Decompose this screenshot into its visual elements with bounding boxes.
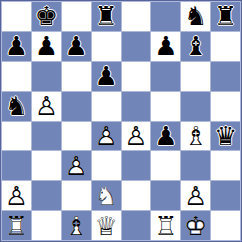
piece-white-pawn[interactable]: ♟♙ bbox=[122, 122, 150, 150]
piece-white-pawn[interactable]: ♟♙ bbox=[62, 152, 90, 180]
piece-white-rook[interactable]: ♜♖ bbox=[2, 212, 30, 240]
piece-black-queen[interactable]: ♛ bbox=[212, 122, 240, 150]
piece-black-pawn[interactable]: ♟ bbox=[152, 122, 180, 150]
white-piece-outline-glyph: ♖ bbox=[152, 212, 180, 240]
black-piece-glyph: ♞ bbox=[182, 2, 210, 30]
black-piece-glyph: ♟ bbox=[92, 62, 120, 90]
square-d6[interactable]: ♟ bbox=[92, 62, 121, 91]
square-a4[interactable] bbox=[2, 122, 31, 151]
black-piece-glyph: ♜ bbox=[212, 2, 240, 30]
square-e2[interactable] bbox=[122, 181, 151, 210]
white-piece-outline-glyph: ♕ bbox=[92, 212, 120, 240]
square-a8[interactable] bbox=[2, 2, 31, 31]
square-f1[interactable]: ♜♖ bbox=[151, 211, 180, 240]
square-b4[interactable] bbox=[32, 122, 61, 151]
piece-white-pawn[interactable]: ♟♙ bbox=[32, 92, 60, 120]
piece-white-pawn[interactable]: ♟♙ bbox=[182, 182, 210, 210]
black-piece-glyph: ♟ bbox=[2, 32, 30, 60]
square-f4[interactable]: ♟ bbox=[151, 122, 180, 151]
square-g8[interactable]: ♞ bbox=[181, 2, 210, 31]
square-b5[interactable]: ♟♙ bbox=[32, 92, 61, 121]
square-f8[interactable] bbox=[151, 2, 180, 31]
chess-board[interactable]: ♚♜♞♜♟♟♟♟♝♟♞♟♙♟♙♟♙♟♝♗♛♟♙♟♙♞♘♟♙♜♖♝♗♛♕♜♖♚♔ bbox=[0, 0, 242, 242]
black-piece-glyph: ♞ bbox=[2, 92, 30, 120]
white-piece-outline-glyph: ♖ bbox=[2, 212, 30, 240]
square-a6[interactable] bbox=[2, 62, 31, 91]
square-b3[interactable] bbox=[32, 151, 61, 180]
square-c2[interactable] bbox=[62, 181, 91, 210]
square-e8[interactable] bbox=[122, 2, 151, 31]
square-h7[interactable] bbox=[211, 32, 240, 61]
piece-black-knight[interactable]: ♞ bbox=[2, 92, 30, 120]
square-f2[interactable] bbox=[151, 181, 180, 210]
square-f6[interactable] bbox=[151, 62, 180, 91]
piece-black-pawn[interactable]: ♟ bbox=[62, 32, 90, 60]
square-d7[interactable] bbox=[92, 32, 121, 61]
square-h4[interactable]: ♛ bbox=[211, 122, 240, 151]
square-d4[interactable]: ♟♙ bbox=[92, 122, 121, 151]
square-c5[interactable] bbox=[62, 92, 91, 121]
white-piece-outline-glyph: ♙ bbox=[2, 182, 30, 210]
white-piece-outline-glyph: ♗ bbox=[182, 122, 210, 150]
square-a7[interactable]: ♟ bbox=[2, 32, 31, 61]
square-h6[interactable] bbox=[211, 62, 240, 91]
black-piece-glyph: ♝ bbox=[182, 32, 210, 60]
black-piece-glyph: ♟ bbox=[152, 122, 180, 150]
piece-black-pawn[interactable]: ♟ bbox=[32, 32, 60, 60]
square-g7[interactable]: ♝ bbox=[181, 32, 210, 61]
square-f7[interactable]: ♟ bbox=[151, 32, 180, 61]
piece-white-rook[interactable]: ♜♖ bbox=[152, 212, 180, 240]
piece-black-king[interactable]: ♚ bbox=[32, 2, 60, 30]
square-b2[interactable] bbox=[32, 181, 61, 210]
black-piece-glyph: ♟ bbox=[152, 32, 180, 60]
square-h1[interactable] bbox=[211, 211, 240, 240]
piece-black-pawn[interactable]: ♟ bbox=[92, 62, 120, 90]
square-c7[interactable]: ♟ bbox=[62, 32, 91, 61]
piece-black-rook[interactable]: ♜ bbox=[92, 2, 120, 30]
square-d1[interactable]: ♛♕ bbox=[92, 211, 121, 240]
white-piece-outline-glyph: ♔ bbox=[182, 212, 210, 240]
square-g1[interactable]: ♚♔ bbox=[181, 211, 210, 240]
white-piece-outline-glyph: ♘ bbox=[92, 182, 120, 210]
square-h2[interactable] bbox=[211, 181, 240, 210]
piece-black-rook[interactable]: ♜ bbox=[212, 2, 240, 30]
white-piece-outline-glyph: ♙ bbox=[62, 152, 90, 180]
piece-black-knight[interactable]: ♞ bbox=[182, 2, 210, 30]
square-e4[interactable]: ♟♙ bbox=[122, 122, 151, 151]
square-g3[interactable] bbox=[181, 151, 210, 180]
piece-black-pawn[interactable]: ♟ bbox=[152, 32, 180, 60]
piece-black-pawn[interactable]: ♟ bbox=[2, 32, 30, 60]
square-e7[interactable] bbox=[122, 32, 151, 61]
square-b6[interactable] bbox=[32, 62, 61, 91]
square-a3[interactable] bbox=[2, 151, 31, 180]
black-piece-glyph: ♜ bbox=[92, 2, 120, 30]
white-piece-outline-glyph: ♙ bbox=[92, 122, 120, 150]
piece-white-knight[interactable]: ♞♘ bbox=[92, 182, 120, 210]
white-piece-outline-glyph: ♙ bbox=[122, 122, 150, 150]
piece-white-queen[interactable]: ♛♕ bbox=[92, 212, 120, 240]
square-b1[interactable] bbox=[32, 211, 61, 240]
square-g2[interactable]: ♟♙ bbox=[181, 181, 210, 210]
square-b7[interactable]: ♟ bbox=[32, 32, 61, 61]
black-piece-glyph: ♚ bbox=[32, 2, 60, 30]
white-piece-outline-glyph: ♙ bbox=[32, 92, 60, 120]
square-c6[interactable] bbox=[62, 62, 91, 91]
piece-black-bishop[interactable]: ♝ bbox=[182, 32, 210, 60]
square-g5[interactable] bbox=[181, 92, 210, 121]
square-e1[interactable] bbox=[122, 211, 151, 240]
black-piece-glyph: ♟ bbox=[62, 32, 90, 60]
square-e5[interactable] bbox=[122, 92, 151, 121]
black-piece-glyph: ♟ bbox=[32, 32, 60, 60]
square-a2[interactable]: ♟♙ bbox=[2, 181, 31, 210]
square-d5[interactable] bbox=[92, 92, 121, 121]
square-g6[interactable] bbox=[181, 62, 210, 91]
piece-white-bishop[interactable]: ♝♗ bbox=[182, 122, 210, 150]
square-c8[interactable] bbox=[62, 2, 91, 31]
square-d3[interactable] bbox=[92, 151, 121, 180]
square-h8[interactable]: ♜ bbox=[211, 2, 240, 31]
piece-white-bishop[interactable]: ♝♗ bbox=[62, 212, 90, 240]
square-h3[interactable] bbox=[211, 151, 240, 180]
square-c3[interactable]: ♟♙ bbox=[62, 151, 91, 180]
piece-white-king[interactable]: ♚♔ bbox=[182, 212, 210, 240]
square-e3[interactable] bbox=[122, 151, 151, 180]
square-d2[interactable]: ♞♘ bbox=[92, 181, 121, 210]
square-a5[interactable]: ♞ bbox=[2, 92, 31, 121]
square-f3[interactable] bbox=[151, 151, 180, 180]
square-g4[interactable]: ♝♗ bbox=[181, 122, 210, 151]
square-a1[interactable]: ♜♖ bbox=[2, 211, 31, 240]
square-d8[interactable]: ♜ bbox=[92, 2, 121, 31]
white-piece-outline-glyph: ♙ bbox=[182, 182, 210, 210]
square-c1[interactable]: ♝♗ bbox=[62, 211, 91, 240]
white-piece-outline-glyph: ♗ bbox=[62, 212, 90, 240]
square-c4[interactable] bbox=[62, 122, 91, 151]
square-b8[interactable]: ♚ bbox=[32, 2, 61, 31]
black-piece-glyph: ♛ bbox=[212, 122, 240, 150]
square-h5[interactable] bbox=[211, 92, 240, 121]
piece-white-pawn[interactable]: ♟♙ bbox=[2, 182, 30, 210]
square-f5[interactable] bbox=[151, 92, 180, 121]
piece-white-pawn[interactable]: ♟♙ bbox=[92, 122, 120, 150]
square-e6[interactable] bbox=[122, 62, 151, 91]
